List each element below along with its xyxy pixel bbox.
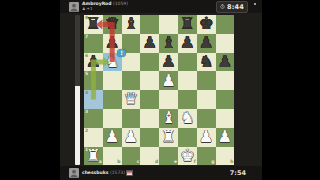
square-h6[interactable]: ♟ (216, 53, 235, 72)
top-player-bar: AmbroyRod (1059) ♟ +1 8:44 (60, 0, 262, 13)
piece-wr-e2[interactable]: ♜ (159, 128, 178, 147)
square-g3[interactable] (197, 109, 216, 128)
piece-bp-e6[interactable]: ♟ (159, 53, 178, 72)
top-player-avatar[interactable] (69, 2, 79, 12)
square-c4[interactable]: ♛ (122, 90, 141, 109)
square-c7[interactable] (122, 34, 141, 53)
chess-app-viewport: AmbroyRod (1059) ♟ +1 8:44 8♜♛♝♜♚7♟♟♝♟♟6… (60, 0, 262, 180)
square-e5[interactable]: ♟ (159, 71, 178, 90)
square-f5[interactable] (178, 71, 197, 90)
square-a7[interactable]: 7 (84, 34, 103, 53)
square-e6[interactable]: ♟ (159, 53, 178, 72)
piece-bp-h6[interactable]: ♟ (216, 53, 235, 72)
square-c2[interactable]: ♟ (122, 128, 141, 147)
bottom-player-clock: 7:54 (230, 169, 246, 177)
square-a5[interactable]: 5 (84, 71, 103, 90)
rank-label-4: 4 (85, 91, 88, 96)
square-e3[interactable]: ♝ (159, 109, 178, 128)
video-frame: { "game": "chess", "site": "chess.com-st… (0, 0, 320, 180)
bottom-player-rating: (1573) (110, 170, 125, 175)
square-g1[interactable]: g (197, 147, 216, 166)
piece-bp-a6[interactable]: ♟ (84, 53, 103, 72)
rank-label-8: 8 (85, 16, 88, 21)
square-b6[interactable]: ♞ (103, 53, 122, 72)
piece-wb-e3[interactable]: ♝ (159, 109, 178, 128)
square-h3[interactable] (216, 109, 235, 128)
file-label-b: b (117, 160, 120, 165)
square-g6[interactable]: ♞ (197, 53, 216, 72)
piece-bb-c8[interactable]: ♝ (122, 15, 141, 34)
piece-wp-g2[interactable]: ♟ (197, 128, 216, 147)
evaluation-bar (75, 15, 80, 165)
rank-label-1: 1 (85, 148, 88, 153)
rank-label-5: 5 (85, 72, 88, 77)
piece-bp-d7[interactable]: ♟ (140, 34, 159, 53)
square-b2[interactable]: ♟ (103, 128, 122, 147)
square-d3[interactable] (140, 109, 159, 128)
piece-bp-g7[interactable]: ♟ (197, 34, 216, 53)
square-f1[interactable]: f♚ (178, 147, 197, 166)
piece-wk-f1[interactable]: ♚ (178, 147, 197, 166)
square-a6[interactable]: 6♟ (84, 53, 103, 72)
piece-br-a8[interactable]: ♜ (84, 15, 103, 34)
bottom-player-avatar[interactable] (69, 168, 79, 178)
square-h1[interactable]: h (216, 147, 235, 166)
square-c6[interactable] (122, 53, 141, 72)
square-d8[interactable] (140, 15, 159, 34)
square-c5[interactable] (122, 71, 141, 90)
piece-wr-a1[interactable]: ♜ (84, 147, 103, 166)
top-player-captured-tray: ♟ +1 (82, 7, 128, 11)
piece-bp-b7[interactable]: ♟ (103, 34, 122, 53)
square-g2[interactable]: ♟ (197, 128, 216, 147)
square-b8[interactable]: ♛ (103, 15, 122, 34)
piece-bb-e7[interactable]: ♝ (159, 34, 178, 53)
square-d2[interactable] (140, 128, 159, 147)
square-g7[interactable]: ♟ (197, 34, 216, 53)
material-advantage: +1 (87, 7, 93, 11)
piece-wp-b2[interactable]: ♟ (103, 128, 122, 147)
square-a1[interactable]: 1a♜ (84, 147, 103, 166)
square-g4[interactable] (197, 90, 216, 109)
chess-board: 8♜♛♝♜♚7♟♟♝♟♟6♟♞♟♞♟5♟4♛3♝♞2♟♟♜♟♟1a♜bcdef♚… (84, 15, 234, 165)
square-g8[interactable]: ♚ (197, 15, 216, 34)
file-label-f: f (194, 160, 196, 165)
piece-wq-c4[interactable]: ♛ (122, 90, 141, 109)
square-g5[interactable] (197, 71, 216, 90)
square-d1[interactable]: d (140, 147, 159, 166)
square-c8[interactable]: ♝ (122, 15, 141, 34)
menu-dot-icon (254, 3, 256, 5)
square-c3[interactable] (122, 109, 141, 128)
clock-icon (220, 4, 225, 9)
country-flag-icon (126, 170, 133, 176)
square-a2[interactable]: 2 (84, 128, 103, 147)
square-a4[interactable]: 4 (84, 90, 103, 109)
square-f7[interactable]: ♟ (178, 34, 197, 53)
square-h8[interactable] (216, 15, 235, 34)
piece-wp-c2[interactable]: ♟ (122, 128, 141, 147)
square-a8[interactable]: 8♜ (84, 15, 103, 34)
piece-wn-f3[interactable]: ♞ (178, 109, 197, 128)
piece-bq-b8[interactable]: ♛ (103, 15, 122, 34)
rank-label-3: 3 (85, 110, 88, 115)
top-clock-time: 8:44 (227, 3, 244, 11)
piece-bn-g6[interactable]: ♞ (197, 53, 216, 72)
square-h2[interactable]: ♟ (216, 128, 235, 147)
square-f3[interactable]: ♞ (178, 109, 197, 128)
square-b1[interactable]: b (103, 147, 122, 166)
square-h7[interactable] (216, 34, 235, 53)
square-a3[interactable]: 3 (84, 109, 103, 128)
square-d4[interactable] (140, 90, 159, 109)
rank-label-6: 6 (85, 54, 88, 59)
file-label-g: g (211, 160, 214, 165)
square-f6[interactable] (178, 53, 197, 72)
square-h5[interactable] (216, 71, 235, 90)
file-label-c: c (137, 160, 140, 165)
square-c1[interactable]: c (122, 147, 141, 166)
file-label-h: h (230, 160, 233, 165)
file-label-e: e (174, 160, 177, 165)
square-e2[interactable]: ♜ (159, 128, 178, 147)
piece-bk-g8[interactable]: ♚ (197, 15, 216, 34)
square-e1[interactable]: e (159, 147, 178, 166)
square-d7[interactable]: ♟ (140, 34, 159, 53)
square-b7[interactable]: ♟ (103, 34, 122, 53)
rank-label-7: 7 (85, 35, 88, 40)
square-d5[interactable] (140, 71, 159, 90)
square-f8[interactable]: ♜ (178, 15, 197, 34)
square-e7[interactable]: ♝ (159, 34, 178, 53)
square-d6[interactable] (140, 53, 159, 72)
bottom-player-name[interactable]: chessbuks (1573) (82, 170, 133, 176)
square-b3[interactable] (103, 109, 122, 128)
top-player-rating: (1059) (113, 1, 128, 6)
file-label-a: a (99, 160, 102, 165)
piece-br-f8[interactable]: ♜ (178, 15, 197, 34)
bottom-player-bar: chessbuks (1573) 7:54 (60, 166, 262, 180)
pawn-icon: ♟ (82, 7, 86, 11)
square-f2[interactable] (178, 128, 197, 147)
rank-label-2: 2 (85, 129, 88, 134)
square-b4[interactable] (103, 90, 122, 109)
square-h4[interactable] (216, 90, 235, 109)
piece-wp-h2[interactable]: ♟ (216, 128, 235, 147)
square-e4[interactable] (159, 90, 178, 109)
evaluation-bar-white-share (75, 86, 80, 166)
file-label-d: d (155, 160, 158, 165)
piece-wp-e5[interactable]: ♟ (159, 71, 178, 90)
piece-wn-b6[interactable]: ♞ (103, 53, 122, 72)
square-e8[interactable] (159, 15, 178, 34)
square-f4[interactable] (178, 90, 197, 109)
top-player-clock: 8:44 (216, 1, 248, 13)
square-b5[interactable] (103, 71, 122, 90)
top-player-info: AmbroyRod (1059) ♟ +1 (82, 2, 128, 11)
bottom-player-info: chessbuks (1573) (82, 170, 133, 176)
piece-bp-f7[interactable]: ♟ (178, 34, 197, 53)
